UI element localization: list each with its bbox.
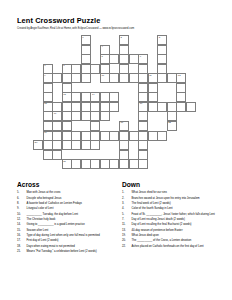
grid-cell: [81, 73, 91, 83]
clue-item: 22.Ashes placed on Catholic foreheads on…: [122, 245, 219, 249]
clue-text: Day of Lent recalling Jesus' death (2 wo…: [132, 218, 220, 222]
clue-item: 20.The __________ of the Cross, a Lenten…: [122, 239, 219, 243]
clue-text: Man with Jesus at the cross: [27, 191, 118, 195]
crossword-grid: 12345678910111213141516171822192021: [0, 0, 232, 178]
clue-number: 18.: [17, 245, 27, 249]
cell-number: 20: [35, 142, 38, 144]
clue-text: Branches waved at Jesus upon his entry i…: [132, 197, 220, 201]
cell-number: 3: [159, 37, 160, 39]
grid-cell: [157, 131, 167, 141]
clue-number: 20.: [122, 239, 132, 243]
clue-text: First day of Lent (2 words): [27, 239, 118, 243]
clue-number: 11.: [122, 223, 132, 227]
cell-number: 4: [101, 46, 102, 48]
clue-item: 21.Means "Fat Tuesday," a celebration be…: [17, 250, 117, 254]
clue-number: 15.: [17, 229, 27, 233]
across-heading: Across: [17, 181, 117, 188]
clue-item: 8.A favorite food of Catholics on Lenten…: [17, 202, 117, 206]
cell-number: 22: [168, 122, 171, 124]
cell-number: 7: [44, 65, 45, 67]
clue-number: 12.: [17, 218, 27, 222]
grid-cell: 22: [167, 121, 177, 131]
clue-number: 19.: [122, 234, 132, 238]
clue-text: The __________ of the Cross, a Lenten de…: [132, 239, 220, 243]
clue-item: 2.Branches waved at Jesus upon his entry…: [122, 197, 219, 201]
clue-number: 21.: [17, 250, 27, 254]
grid-cell: [90, 140, 100, 150]
grid-cell: [100, 111, 110, 121]
clue-item: 1.What Jesus shed for our sins: [122, 191, 219, 195]
clue-number: 9.: [17, 207, 27, 211]
cell-number: 1: [82, 37, 83, 39]
clue-item: 11.Day of Lent recalling the final Eucha…: [122, 223, 219, 227]
clue-text: Liturgical color of Lent: [27, 207, 118, 211]
cell-number: 10: [101, 75, 104, 77]
clue-item: 14.Giving to __________ is a good Lenten…: [17, 223, 117, 227]
clue-number: 1.: [122, 191, 132, 195]
clue-item: 9.Liturgical color of Lent: [17, 207, 117, 211]
clue-item: 6.Disciple who betrayed Jesus: [17, 197, 117, 201]
clue-text: Ashes placed on Catholic foreheads on th…: [132, 245, 220, 249]
clue-text: __________ Tuesday, the day before Lent: [27, 213, 118, 217]
clue-item: 13.40-day season of penitence before Eas…: [122, 229, 219, 233]
clue-item: 12.The Christian holy book: [17, 218, 117, 222]
clue-text: Color of the fourth Sunday in Lent: [132, 207, 220, 211]
clue-number: 5.: [17, 191, 27, 195]
cell-number: 16: [140, 103, 143, 105]
cell-number: 18: [121, 122, 124, 124]
clue-number: 7.: [122, 218, 132, 222]
cell-number: 13: [63, 94, 66, 96]
clue-text: The final week of Lent (2 words): [132, 202, 220, 206]
clue-number: 17.: [17, 239, 27, 243]
cell-number: 6: [140, 56, 141, 58]
cell-number: 8: [63, 65, 64, 67]
clue-number: 14.: [17, 223, 27, 227]
clue-item: 10.__________ Tuesday, the day before Le…: [17, 213, 117, 217]
grid-cell: [186, 102, 196, 112]
clue-text: Disciple who betrayed Jesus: [27, 197, 118, 201]
clue-text: What Jesus shed for our sins: [132, 191, 220, 195]
across-section: Across 5.Man with Jesus at the cross6.Di…: [17, 181, 117, 255]
cell-number: 14: [92, 94, 95, 96]
clue-item: 17.First day of Lent (2 words): [17, 239, 117, 243]
cell-number: 15: [44, 103, 47, 105]
across-clue-list: 5.Man with Jesus at the cross6.Disciple …: [17, 191, 117, 253]
down-section: Down 1.What Jesus shed for our sins2.Bra…: [122, 181, 219, 250]
clue-item: 5.Man with Jesus at the cross: [17, 191, 117, 195]
clue-text: 40-day season of penitence before Easter: [132, 229, 220, 233]
clue-number: 22.: [122, 245, 132, 249]
clue-item: 3.The final week of Lent (2 words): [122, 202, 219, 206]
clue-number: 4.: [122, 207, 132, 211]
cell-number: 21: [63, 161, 66, 163]
clue-item: 19.What Jesus died upon: [122, 234, 219, 238]
cell-number: 17: [54, 113, 57, 115]
clue-item: 5.Feast of St. __________, Jesus' foster…: [122, 213, 219, 217]
clue-number: 8.: [17, 202, 27, 206]
clue-number: 13.: [122, 229, 132, 233]
clue-item: 4.Color of the fourth Sunday in Lent: [122, 207, 219, 211]
clue-item: 7.Day of Lent recalling Jesus' death (2 …: [122, 218, 219, 222]
cell-number: 5: [101, 56, 102, 58]
down-heading: Down: [122, 181, 219, 188]
cell-number: 11: [149, 75, 151, 77]
clue-number: 3.: [122, 202, 132, 206]
grid-cell: [109, 102, 119, 112]
clue-number: 6.: [17, 197, 27, 201]
clue-text: Means "Fat Tuesday," a celebration befor…: [27, 250, 118, 254]
clue-text: Feast of St. __________, Jesus' foster f…: [132, 213, 220, 217]
puzzle-page: Lent Crossword Puzzle Created by Angie K…: [0, 0, 232, 300]
clue-text: Season after Lent: [27, 229, 118, 233]
clue-number: 2.: [122, 197, 132, 201]
clue-text: The Christian holy book: [27, 218, 118, 222]
clue-text: A favorite food of Catholics on Lenten F…: [27, 202, 118, 206]
clue-text: Day of Lent recalling the final Eucharis…: [132, 223, 220, 227]
grid-cell: [138, 159, 148, 169]
cell-number: 2: [121, 37, 122, 39]
clue-item: 15.Season after Lent: [17, 229, 117, 233]
clue-text: What Jesus died upon: [132, 234, 220, 238]
clue-number: 10.: [17, 213, 27, 217]
clue-item: 18.Days when eating meat is not permitte…: [17, 245, 117, 249]
cell-number: 12: [178, 75, 181, 77]
down-clue-list: 1.What Jesus shed for our sins2.Branches…: [122, 191, 219, 248]
clue-item: 16.Type of day during Lent when only one…: [17, 234, 117, 238]
clue-text: Giving to __________ is a good Lenten pr…: [27, 223, 118, 227]
cell-number: 19: [44, 132, 47, 134]
clue-text: Days when eating meat is not permitted: [27, 245, 118, 249]
clue-text: Type of day during Lent when only one fu…: [27, 234, 118, 238]
cell-number: 9: [44, 75, 45, 77]
clue-number: 5.: [122, 213, 132, 217]
clue-number: 16.: [17, 234, 27, 238]
